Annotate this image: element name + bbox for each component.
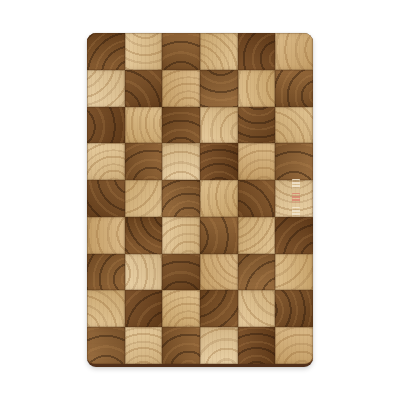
board-square: [275, 143, 313, 180]
product-photo: [0, 0, 400, 400]
board-square: [125, 33, 163, 70]
board-square: [162, 217, 200, 254]
board-square: [162, 107, 200, 144]
board-square: [162, 180, 200, 217]
board-square: [200, 180, 238, 217]
board-square: [125, 254, 163, 291]
board-square: [200, 327, 238, 364]
board-square: [275, 70, 313, 107]
board-square: [125, 290, 163, 327]
board-square: [87, 107, 125, 144]
board-square: [87, 254, 125, 291]
board-square: [87, 143, 125, 180]
board-square: [162, 143, 200, 180]
board-square: [200, 290, 238, 327]
board-square: [275, 290, 313, 327]
board-square: [125, 143, 163, 180]
board-square: [275, 217, 313, 254]
board-square: [238, 70, 276, 107]
board-square: [200, 143, 238, 180]
board-square: [200, 33, 238, 70]
board-square: [200, 70, 238, 107]
board-square: [200, 254, 238, 291]
board-square: [125, 217, 163, 254]
cutting-board: [87, 33, 313, 367]
board-square: [87, 70, 125, 107]
board-square: [87, 290, 125, 327]
board-square: [87, 327, 125, 364]
board-square: [238, 254, 276, 291]
board-square: [162, 33, 200, 70]
board-square: [238, 290, 276, 327]
board-square: [275, 254, 313, 291]
board-square: [162, 290, 200, 327]
board-square: [238, 33, 276, 70]
board-square: [162, 70, 200, 107]
board-square: [125, 107, 163, 144]
board-square: [125, 70, 163, 107]
board-square: [275, 107, 313, 144]
board-square: [87, 217, 125, 254]
board-square: [238, 143, 276, 180]
board-square: [87, 33, 125, 70]
board-square: [125, 327, 163, 364]
board-square: [275, 327, 313, 364]
board-square: [200, 217, 238, 254]
checkerboard-grid: [87, 33, 313, 364]
board-square: [162, 327, 200, 364]
board-square: [275, 180, 313, 217]
board-square: [238, 180, 276, 217]
board-square: [87, 180, 125, 217]
board-square: [125, 180, 163, 217]
board-square: [238, 217, 276, 254]
board-square: [200, 107, 238, 144]
board-square: [162, 254, 200, 291]
board-square: [275, 33, 313, 70]
board-square: [238, 107, 276, 144]
board-square: [238, 327, 276, 364]
